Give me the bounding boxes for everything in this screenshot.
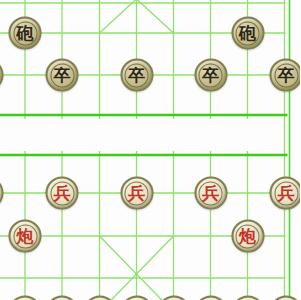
piece-black-cannon[interactable]: 砲 xyxy=(9,17,42,50)
piece-character: 兵 xyxy=(125,181,149,205)
piece-black-soldier[interactable]: 卒 xyxy=(194,59,227,92)
piece-red-cannon[interactable]: 炮 xyxy=(231,220,264,253)
piece-character: 砲 xyxy=(13,21,37,45)
piece-red-soldier[interactable]: 兵 xyxy=(120,177,153,210)
piece-red-soldier[interactable]: 兵 xyxy=(46,177,79,210)
piece-character: 砲 xyxy=(236,21,260,45)
piece-black-cannon[interactable]: 砲 xyxy=(231,17,264,50)
piece-red-cannon[interactable]: 炮 xyxy=(9,220,42,253)
piece-red-soldier[interactable]: 兵 xyxy=(194,177,227,210)
piece-character: 炮 xyxy=(236,224,260,248)
piece-character: 卒 xyxy=(50,63,74,87)
piece-character: 卒 xyxy=(199,63,223,87)
piece-character: 兵 xyxy=(274,181,298,205)
piece-black-soldier[interactable]: 卒 xyxy=(46,59,79,92)
piece-character: 卒 xyxy=(125,63,149,87)
piece-red-soldier[interactable]: 兵 xyxy=(270,177,301,210)
piece-character: 兵 xyxy=(199,181,223,205)
xiangqi-board: 砲砲卒卒卒卒卒兵兵兵兵兵炮炮 xyxy=(0,0,300,300)
piece-black-soldier[interactable]: 卒 xyxy=(120,59,153,92)
piece-character: 卒 xyxy=(274,63,298,87)
piece-black-soldier[interactable]: 卒 xyxy=(270,59,301,92)
piece-character: 兵 xyxy=(50,181,74,205)
piece-character: 炮 xyxy=(13,224,37,248)
